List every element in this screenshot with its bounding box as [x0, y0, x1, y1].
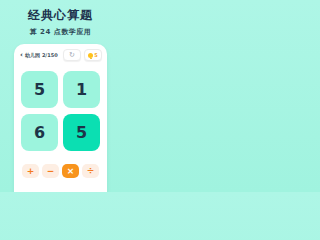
number-grid: 5 1 6 5	[14, 71, 107, 151]
hint-button[interactable]: 5	[84, 49, 102, 61]
page-subtitle: 算 24 点数学应用	[0, 27, 121, 37]
plus-operator-button[interactable]: +	[22, 164, 39, 178]
level-label: 幼儿园	[25, 52, 40, 58]
card-header: ‹ 幼儿园 2/150 ↻ 5	[14, 44, 107, 61]
page-title: 经典心算题	[0, 7, 121, 24]
refresh-button[interactable]: ↻	[63, 49, 81, 61]
divide-operator-button[interactable]: ÷	[82, 164, 99, 178]
number-tile[interactable]: 5	[21, 71, 58, 108]
multiply-operator-button[interactable]: ×	[62, 164, 79, 178]
game-card: ‹ 幼儿园 2/150 ↻ 5 5 1 6 5 + − × ÷	[14, 44, 107, 192]
hint-count: 5	[94, 52, 97, 58]
minus-operator-button[interactable]: −	[42, 164, 59, 178]
number-tile[interactable]: 1	[63, 71, 100, 108]
number-tile[interactable]: 6	[21, 114, 58, 151]
level-nav[interactable]: ‹ 幼儿园 2/150	[20, 52, 58, 59]
level-progress: 2/150	[42, 52, 58, 58]
number-tile-selected[interactable]: 5	[63, 114, 100, 151]
operator-row: + − × ÷	[14, 164, 107, 178]
refresh-icon: ↻	[69, 52, 75, 59]
header-actions: ↻ 5	[63, 49, 102, 61]
chevron-left-icon[interactable]: ‹	[20, 52, 23, 59]
lightbulb-icon	[88, 53, 93, 58]
